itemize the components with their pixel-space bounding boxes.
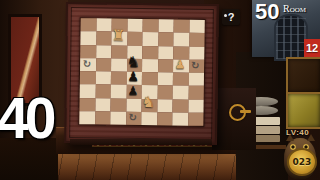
square-h4[interactable]	[188, 73, 204, 86]
channel-thumbnail: 50 Room 12	[252, 0, 320, 57]
square-d4[interactable]	[126, 72, 142, 85]
thumbnail-title-room: Room	[283, 3, 306, 14]
square-d2[interactable]	[126, 98, 142, 111]
gold-ring-bar	[240, 110, 251, 113]
game-screen: ♜♞♟♟♟♞↻↻↻ ? 40 50 Room 12 LV:40 023	[0, 0, 320, 180]
square-e8[interactable]	[143, 19, 159, 32]
square-b2[interactable]	[95, 98, 111, 111]
board-ledge	[70, 139, 212, 145]
square-d8[interactable]	[127, 19, 143, 32]
square-c2[interactable]	[110, 98, 126, 111]
square-c3[interactable]	[111, 85, 127, 98]
square-g3[interactable]	[173, 86, 189, 99]
square-h1[interactable]	[188, 112, 204, 125]
inventory-slot-2[interactable]	[286, 92, 320, 129]
square-f6[interactable]	[158, 46, 174, 59]
square-f3[interactable]	[157, 85, 173, 98]
square-f7[interactable]	[158, 32, 174, 45]
square-f8[interactable]	[158, 19, 174, 32]
square-a1[interactable]	[79, 111, 95, 124]
square-h5[interactable]	[189, 59, 205, 72]
square-g4[interactable]	[173, 72, 189, 85]
square-e6[interactable]	[142, 46, 158, 59]
square-b6[interactable]	[96, 45, 112, 58]
thumbnail-title-50: 50	[255, 0, 279, 25]
thumbnail-badge-12: 12	[304, 39, 320, 57]
square-c8[interactable]	[112, 19, 128, 32]
square-e3[interactable]	[142, 85, 158, 98]
square-a2[interactable]	[79, 98, 95, 111]
question-mark-icon: ?	[228, 11, 235, 23]
square-f5[interactable]	[158, 59, 174, 72]
square-b8[interactable]	[96, 18, 112, 31]
square-d7[interactable]	[127, 32, 143, 45]
square-e1[interactable]	[141, 112, 157, 125]
square-h2[interactable]	[188, 99, 204, 112]
square-b1[interactable]	[95, 111, 111, 124]
coin-counter: 023	[287, 148, 317, 176]
square-g1[interactable]	[172, 112, 188, 125]
level-number-overlay: 40	[0, 90, 52, 147]
square-h3[interactable]	[188, 86, 204, 99]
square-h6[interactable]	[189, 46, 205, 59]
square-c7[interactable]	[111, 32, 127, 45]
square-b4[interactable]	[95, 71, 111, 84]
square-g2[interactable]	[172, 99, 188, 112]
square-e5[interactable]	[142, 59, 158, 72]
square-a8[interactable]	[81, 18, 97, 31]
square-c1[interactable]	[110, 111, 126, 124]
owl-ear	[286, 134, 294, 141]
square-f2[interactable]	[157, 99, 173, 112]
inventory-slot-1[interactable]	[286, 57, 320, 94]
square-e4[interactable]	[142, 72, 158, 85]
square-a5[interactable]	[80, 58, 96, 71]
square-b3[interactable]	[95, 85, 111, 98]
square-d1[interactable]	[126, 112, 142, 125]
square-a4[interactable]	[80, 71, 96, 84]
chess-board-frame: ♜♞♟♟♟♞↻↻↻	[64, 2, 219, 145]
square-h8[interactable]	[189, 20, 205, 33]
owl-ear	[307, 134, 315, 141]
square-g8[interactable]	[174, 19, 190, 32]
square-f1[interactable]	[157, 112, 173, 125]
square-h7[interactable]	[189, 33, 205, 46]
square-g7[interactable]	[173, 33, 189, 46]
square-e7[interactable]	[142, 32, 158, 45]
square-g5[interactable]	[173, 59, 189, 72]
square-a6[interactable]	[80, 45, 96, 58]
board-squares	[78, 17, 205, 127]
square-c6[interactable]	[111, 45, 127, 58]
hint-button[interactable]: ?	[222, 9, 240, 25]
coin-count: 023	[293, 157, 312, 167]
square-c4[interactable]	[111, 72, 127, 85]
square-a3[interactable]	[80, 84, 96, 97]
square-b7[interactable]	[96, 32, 112, 45]
square-e2[interactable]	[141, 99, 157, 112]
square-g6[interactable]	[173, 46, 189, 59]
square-c5[interactable]	[111, 58, 127, 71]
square-d3[interactable]	[126, 85, 142, 98]
square-f4[interactable]	[157, 72, 173, 85]
square-b5[interactable]	[96, 58, 112, 71]
square-a7[interactable]	[80, 31, 96, 44]
square-d5[interactable]	[127, 59, 143, 72]
hint-dot	[224, 14, 227, 17]
square-d6[interactable]	[127, 45, 143, 58]
owl-mascot: 023	[281, 135, 319, 180]
